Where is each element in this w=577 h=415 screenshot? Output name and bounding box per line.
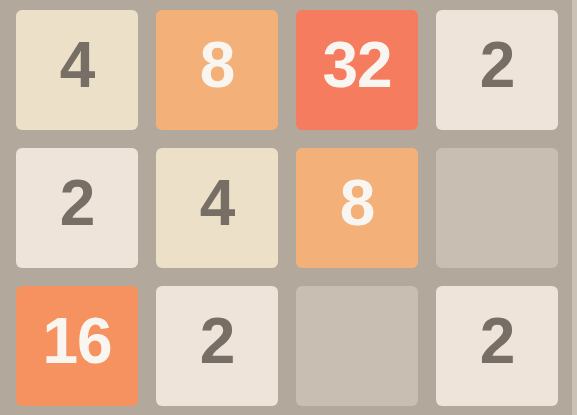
tile-r0c0: 4 bbox=[16, 10, 138, 130]
tile-r1c0: 2 bbox=[16, 148, 138, 268]
tile-r0c2: 32 bbox=[296, 10, 418, 130]
tile-value: 32 bbox=[322, 33, 391, 97]
tile-r0c3: 2 bbox=[436, 10, 558, 130]
tile-value: 2 bbox=[200, 309, 235, 373]
tile-value: 8 bbox=[200, 33, 235, 97]
tile-value: 16 bbox=[42, 309, 111, 373]
tile-grid: 4 8 32 2 2 4 8 16 2 2 bbox=[0, 0, 577, 415]
empty-cell-r2c2 bbox=[296, 286, 418, 406]
game-board-2048[interactable]: 4 8 32 2 2 4 8 16 2 2 bbox=[0, 0, 577, 415]
tile-r2c1: 2 bbox=[156, 286, 278, 406]
tile-r2c0: 16 bbox=[16, 286, 138, 406]
tile-r0c1: 8 bbox=[156, 10, 278, 130]
empty-cell-r1c3 bbox=[436, 148, 558, 268]
tile-value: 2 bbox=[60, 171, 95, 235]
page-background-sliver bbox=[572, 0, 577, 415]
tile-value: 8 bbox=[340, 171, 375, 235]
tile-r1c1: 4 bbox=[156, 148, 278, 268]
tile-value: 4 bbox=[200, 171, 235, 235]
tile-value: 2 bbox=[480, 309, 515, 373]
tile-value: 4 bbox=[60, 33, 95, 97]
tile-r1c2: 8 bbox=[296, 148, 418, 268]
tile-value: 2 bbox=[480, 33, 515, 97]
tile-r2c3: 2 bbox=[436, 286, 558, 406]
